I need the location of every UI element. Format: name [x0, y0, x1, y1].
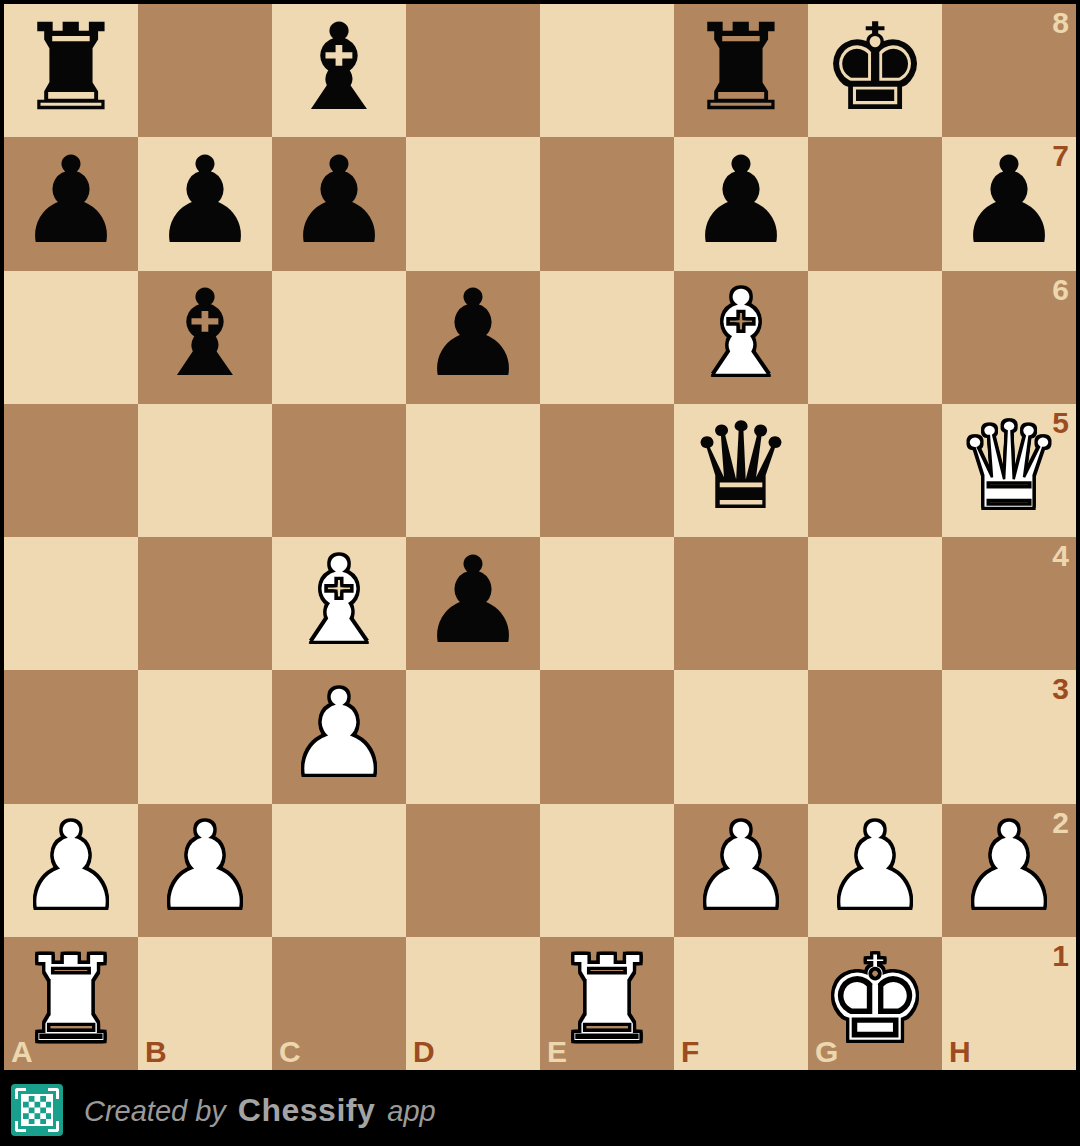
- viewfinder-corner-icon: [15, 1088, 26, 1099]
- square-a4[interactable]: [4, 537, 138, 670]
- square-b1[interactable]: B: [138, 937, 272, 1070]
- square-a6[interactable]: [4, 271, 138, 404]
- rank-label-1: 1: [1052, 941, 1069, 971]
- square-b3[interactable]: [138, 670, 272, 803]
- square-b2[interactable]: ♟: [138, 804, 272, 937]
- file-label-d: D: [413, 1037, 435, 1067]
- square-g4[interactable]: [808, 537, 942, 670]
- file-label-a: A: [11, 1037, 33, 1067]
- square-g8[interactable]: ♚: [808, 4, 942, 137]
- square-d8[interactable]: [406, 4, 540, 137]
- square-h8[interactable]: 8: [942, 4, 1076, 137]
- black-pawn-c7: ♟: [285, 141, 393, 261]
- square-e2[interactable]: [540, 804, 674, 937]
- credit-text: Created by Chessify app: [84, 1092, 436, 1129]
- square-e1[interactable]: ♜E: [540, 937, 674, 1070]
- square-b7[interactable]: ♟: [138, 137, 272, 270]
- square-d2[interactable]: [406, 804, 540, 937]
- black-rook-a8: ♜: [17, 8, 125, 128]
- white-pawn-a2: ♟: [17, 807, 125, 927]
- checkerboard-pattern-icon: [23, 1096, 51, 1124]
- chess-board-grid: ♜♝♜♚8♟♟♟♟♟7♝♟♝6♛♛5♝♟4♟3♟♟♟♟♟2♜ABCD♜EF♚G1…: [4, 4, 1076, 1070]
- white-rook-a1: ♜: [17, 940, 125, 1060]
- white-pawn-g2: ♟: [821, 807, 929, 927]
- square-h7[interactable]: ♟7: [942, 137, 1076, 270]
- black-pawn-b7: ♟: [151, 141, 259, 261]
- square-d5[interactable]: [406, 404, 540, 537]
- black-pawn-a7: ♟: [17, 141, 125, 261]
- white-pawn-b2: ♟: [151, 807, 259, 927]
- square-h6[interactable]: 6: [942, 271, 1076, 404]
- file-label-f: F: [681, 1037, 699, 1067]
- square-b8[interactable]: [138, 4, 272, 137]
- rank-label-5: 5: [1052, 408, 1069, 438]
- created-by-label: Created by: [84, 1095, 226, 1128]
- square-c3[interactable]: ♟: [272, 670, 406, 803]
- file-label-g: G: [815, 1037, 838, 1067]
- square-c7[interactable]: ♟: [272, 137, 406, 270]
- file-label-c: C: [279, 1037, 301, 1067]
- rank-label-3: 3: [1052, 674, 1069, 704]
- black-pawn-h7: ♟: [955, 141, 1063, 261]
- square-c4[interactable]: ♝: [272, 537, 406, 670]
- square-g1[interactable]: ♚G: [808, 937, 942, 1070]
- square-f6[interactable]: ♝: [674, 271, 808, 404]
- file-label-e: E: [547, 1037, 567, 1067]
- square-f2[interactable]: ♟: [674, 804, 808, 937]
- chess-board: ♜♝♜♚8♟♟♟♟♟7♝♟♝6♛♛5♝♟4♟3♟♟♟♟♟2♜ABCD♜EF♚G1…: [0, 0, 1080, 1074]
- square-e6[interactable]: [540, 271, 674, 404]
- footer-watermark-bar: Created by Chessify app: [0, 1074, 1080, 1146]
- square-c6[interactable]: [272, 271, 406, 404]
- white-pawn-f2: ♟: [687, 807, 795, 927]
- square-g5[interactable]: [808, 404, 942, 537]
- square-a3[interactable]: [4, 670, 138, 803]
- rank-label-6: 6: [1052, 275, 1069, 305]
- square-d3[interactable]: [406, 670, 540, 803]
- square-f5[interactable]: ♛: [674, 404, 808, 537]
- file-label-b: B: [145, 1037, 167, 1067]
- square-e3[interactable]: [540, 670, 674, 803]
- square-d4[interactable]: ♟: [406, 537, 540, 670]
- white-rook-e1: ♜: [553, 940, 661, 1060]
- square-b6[interactable]: ♝: [138, 271, 272, 404]
- white-queen-h5: ♛: [955, 407, 1063, 527]
- square-a5[interactable]: [4, 404, 138, 537]
- square-f1[interactable]: F: [674, 937, 808, 1070]
- black-bishop-b6: ♝: [151, 274, 259, 394]
- square-c5[interactable]: [272, 404, 406, 537]
- square-c1[interactable]: C: [272, 937, 406, 1070]
- black-king-g8: ♚: [821, 8, 929, 128]
- square-h2[interactable]: ♟2: [942, 804, 1076, 937]
- brand-name: Chessify: [238, 1092, 375, 1129]
- rank-label-2: 2: [1052, 808, 1069, 838]
- square-g6[interactable]: [808, 271, 942, 404]
- rank-label-4: 4: [1052, 541, 1069, 571]
- square-e4[interactable]: [540, 537, 674, 670]
- square-b4[interactable]: [138, 537, 272, 670]
- square-h5[interactable]: ♛5: [942, 404, 1076, 537]
- black-pawn-d6: ♟: [419, 274, 527, 394]
- square-g2[interactable]: ♟: [808, 804, 942, 937]
- square-a8[interactable]: ♜: [4, 4, 138, 137]
- square-f3[interactable]: [674, 670, 808, 803]
- square-d7[interactable]: [406, 137, 540, 270]
- black-bishop-c8: ♝: [285, 8, 393, 128]
- black-rook-f8: ♜: [687, 8, 795, 128]
- square-e8[interactable]: [540, 4, 674, 137]
- white-pawn-c3: ♟: [285, 674, 393, 794]
- square-c8[interactable]: ♝: [272, 4, 406, 137]
- rank-label-8: 8: [1052, 8, 1069, 38]
- file-label-h: H: [949, 1037, 971, 1067]
- black-pawn-f7: ♟: [687, 141, 795, 261]
- square-h1[interactable]: 1H: [942, 937, 1076, 1070]
- square-c2[interactable]: [272, 804, 406, 937]
- black-pawn-d4: ♟: [419, 541, 527, 661]
- app-label: app: [387, 1095, 435, 1128]
- chessify-app-icon: [11, 1084, 63, 1136]
- white-pawn-h2: ♟: [955, 807, 1063, 927]
- square-d6[interactable]: ♟: [406, 271, 540, 404]
- rank-label-7: 7: [1052, 141, 1069, 171]
- square-h4[interactable]: 4: [942, 537, 1076, 670]
- viewfinder-corner-icon: [48, 1121, 59, 1132]
- white-bishop-c4: ♝: [285, 541, 393, 661]
- square-h3[interactable]: 3: [942, 670, 1076, 803]
- black-queen-f5: ♛: [687, 407, 795, 527]
- square-g7[interactable]: [808, 137, 942, 270]
- square-a2[interactable]: ♟: [4, 804, 138, 937]
- square-e7[interactable]: [540, 137, 674, 270]
- square-a7[interactable]: ♟: [4, 137, 138, 270]
- square-a1[interactable]: ♜A: [4, 937, 138, 1070]
- square-d1[interactable]: D: [406, 937, 540, 1070]
- square-b5[interactable]: [138, 404, 272, 537]
- square-g3[interactable]: [808, 670, 942, 803]
- square-f4[interactable]: [674, 537, 808, 670]
- square-f8[interactable]: ♜: [674, 4, 808, 137]
- viewfinder-corner-icon: [48, 1088, 59, 1099]
- white-bishop-f6: ♝: [687, 274, 795, 394]
- square-f7[interactable]: ♟: [674, 137, 808, 270]
- square-e5[interactable]: [540, 404, 674, 537]
- viewfinder-corner-icon: [15, 1121, 26, 1132]
